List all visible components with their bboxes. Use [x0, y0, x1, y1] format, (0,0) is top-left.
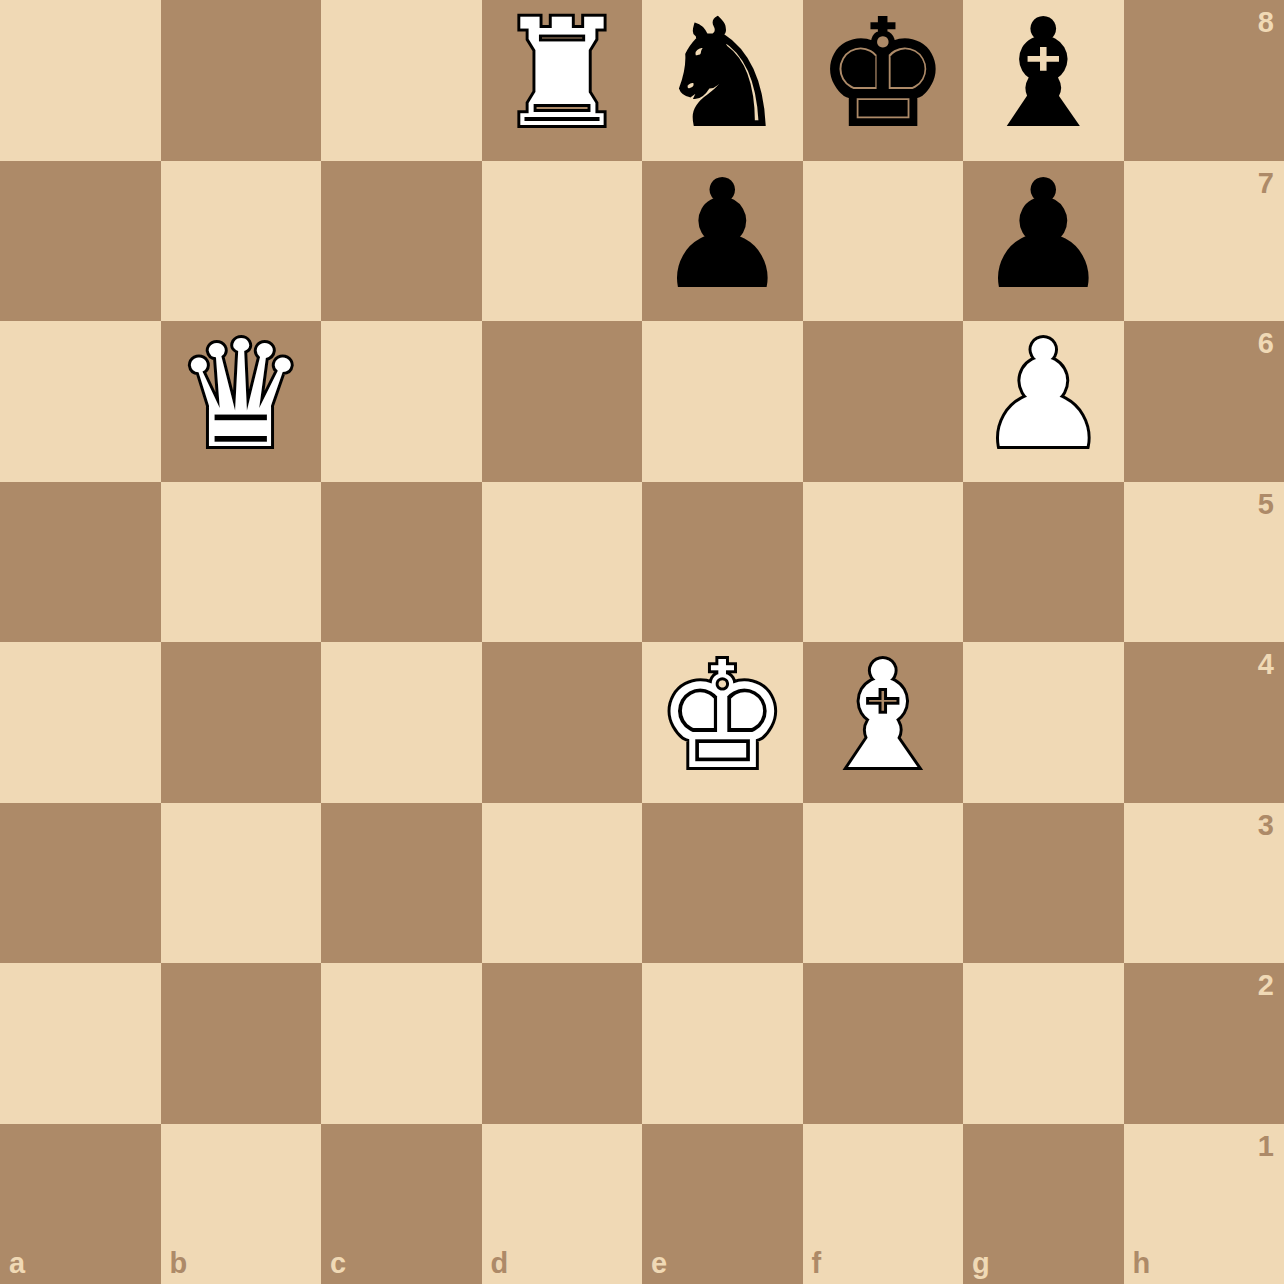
square-f8[interactable]: ♚ — [803, 0, 964, 161]
square-a8[interactable] — [0, 0, 161, 161]
square-f5[interactable] — [803, 482, 964, 643]
coord-rank-7: 7 — [1258, 169, 1274, 198]
square-f6[interactable] — [803, 321, 964, 482]
square-g5[interactable] — [963, 482, 1124, 643]
square-e7[interactable]: ♟ — [642, 161, 803, 322]
piece-black-pawn[interactable]: ♟ — [977, 161, 1110, 309]
coord-file-f: f — [812, 1249, 822, 1278]
square-e5[interactable] — [642, 482, 803, 643]
coord-rank-1: 1 — [1258, 1132, 1274, 1161]
square-d5[interactable] — [482, 482, 643, 643]
coord-rank-5: 5 — [1258, 490, 1274, 519]
square-e4[interactable]: ♚ — [642, 642, 803, 803]
square-d3[interactable] — [482, 803, 643, 964]
piece-white-pawn[interactable]: ♟ — [977, 321, 1110, 469]
chess-board: ♜♞♚♝8♟♟7♛♟65♚♝432abcdefg1h — [0, 0, 1284, 1284]
square-b3[interactable] — [161, 803, 322, 964]
square-g3[interactable] — [963, 803, 1124, 964]
square-d7[interactable] — [482, 161, 643, 322]
square-f3[interactable] — [803, 803, 964, 964]
coord-rank-2: 2 — [1258, 971, 1274, 1000]
square-e6[interactable] — [642, 321, 803, 482]
square-b2[interactable] — [161, 963, 322, 1124]
square-c3[interactable] — [321, 803, 482, 964]
piece-white-king[interactable]: ♚ — [656, 642, 789, 790]
square-h2[interactable]: 2 — [1124, 963, 1284, 1124]
coord-file-c: c — [330, 1249, 346, 1278]
square-f2[interactable] — [803, 963, 964, 1124]
piece-black-pawn[interactable]: ♟ — [656, 161, 789, 309]
piece-white-queen[interactable]: ♛ — [174, 321, 307, 469]
square-g2[interactable] — [963, 963, 1124, 1124]
square-h3[interactable]: 3 — [1124, 803, 1284, 964]
square-g8[interactable]: ♝ — [963, 0, 1124, 161]
coord-rank-6: 6 — [1258, 329, 1274, 358]
piece-black-bishop[interactable]: ♝ — [977, 0, 1110, 148]
square-e1[interactable]: e — [642, 1124, 803, 1284]
square-f4[interactable]: ♝ — [803, 642, 964, 803]
square-d6[interactable] — [482, 321, 643, 482]
square-e8[interactable]: ♞ — [642, 0, 803, 161]
square-g6[interactable]: ♟ — [963, 321, 1124, 482]
square-h8[interactable]: 8 — [1124, 0, 1284, 161]
coord-file-e: e — [651, 1249, 667, 1278]
square-b5[interactable] — [161, 482, 322, 643]
square-c2[interactable] — [321, 963, 482, 1124]
square-a1[interactable]: a — [0, 1124, 161, 1284]
square-a4[interactable] — [0, 642, 161, 803]
square-h1[interactable]: 1h — [1124, 1124, 1284, 1284]
square-g7[interactable]: ♟ — [963, 161, 1124, 322]
coord-rank-8: 8 — [1258, 8, 1274, 37]
square-c1[interactable]: c — [321, 1124, 482, 1284]
coord-file-d: d — [491, 1249, 509, 1278]
coord-file-g: g — [972, 1249, 990, 1278]
square-h4[interactable]: 4 — [1124, 642, 1284, 803]
square-h7[interactable]: 7 — [1124, 161, 1284, 322]
square-d4[interactable] — [482, 642, 643, 803]
square-b4[interactable] — [161, 642, 322, 803]
square-c7[interactable] — [321, 161, 482, 322]
square-h6[interactable]: 6 — [1124, 321, 1284, 482]
square-a5[interactable] — [0, 482, 161, 643]
square-e3[interactable] — [642, 803, 803, 964]
square-a6[interactable] — [0, 321, 161, 482]
square-g1[interactable]: g — [963, 1124, 1124, 1284]
piece-black-king[interactable]: ♚ — [816, 0, 949, 148]
coord-file-a: a — [9, 1249, 25, 1278]
coord-rank-3: 3 — [1258, 811, 1274, 840]
square-h5[interactable]: 5 — [1124, 482, 1284, 643]
square-d2[interactable] — [482, 963, 643, 1124]
square-f1[interactable]: f — [803, 1124, 964, 1284]
square-c6[interactable] — [321, 321, 482, 482]
square-e2[interactable] — [642, 963, 803, 1124]
square-f7[interactable] — [803, 161, 964, 322]
square-b7[interactable] — [161, 161, 322, 322]
square-d1[interactable]: d — [482, 1124, 643, 1284]
square-a3[interactable] — [0, 803, 161, 964]
piece-black-knight[interactable]: ♞ — [656, 0, 789, 148]
piece-white-bishop[interactable]: ♝ — [816, 642, 949, 790]
square-c8[interactable] — [321, 0, 482, 161]
coord-rank-4: 4 — [1258, 650, 1274, 679]
coord-file-h: h — [1133, 1249, 1151, 1278]
square-c4[interactable] — [321, 642, 482, 803]
square-c5[interactable] — [321, 482, 482, 643]
coord-file-b: b — [170, 1249, 188, 1278]
square-b8[interactable] — [161, 0, 322, 161]
square-d8[interactable]: ♜ — [482, 0, 643, 161]
square-g4[interactable] — [963, 642, 1124, 803]
piece-white-rook[interactable]: ♜ — [495, 0, 628, 148]
square-a2[interactable] — [0, 963, 161, 1124]
square-b1[interactable]: b — [161, 1124, 322, 1284]
square-b6[interactable]: ♛ — [161, 321, 322, 482]
square-a7[interactable] — [0, 161, 161, 322]
